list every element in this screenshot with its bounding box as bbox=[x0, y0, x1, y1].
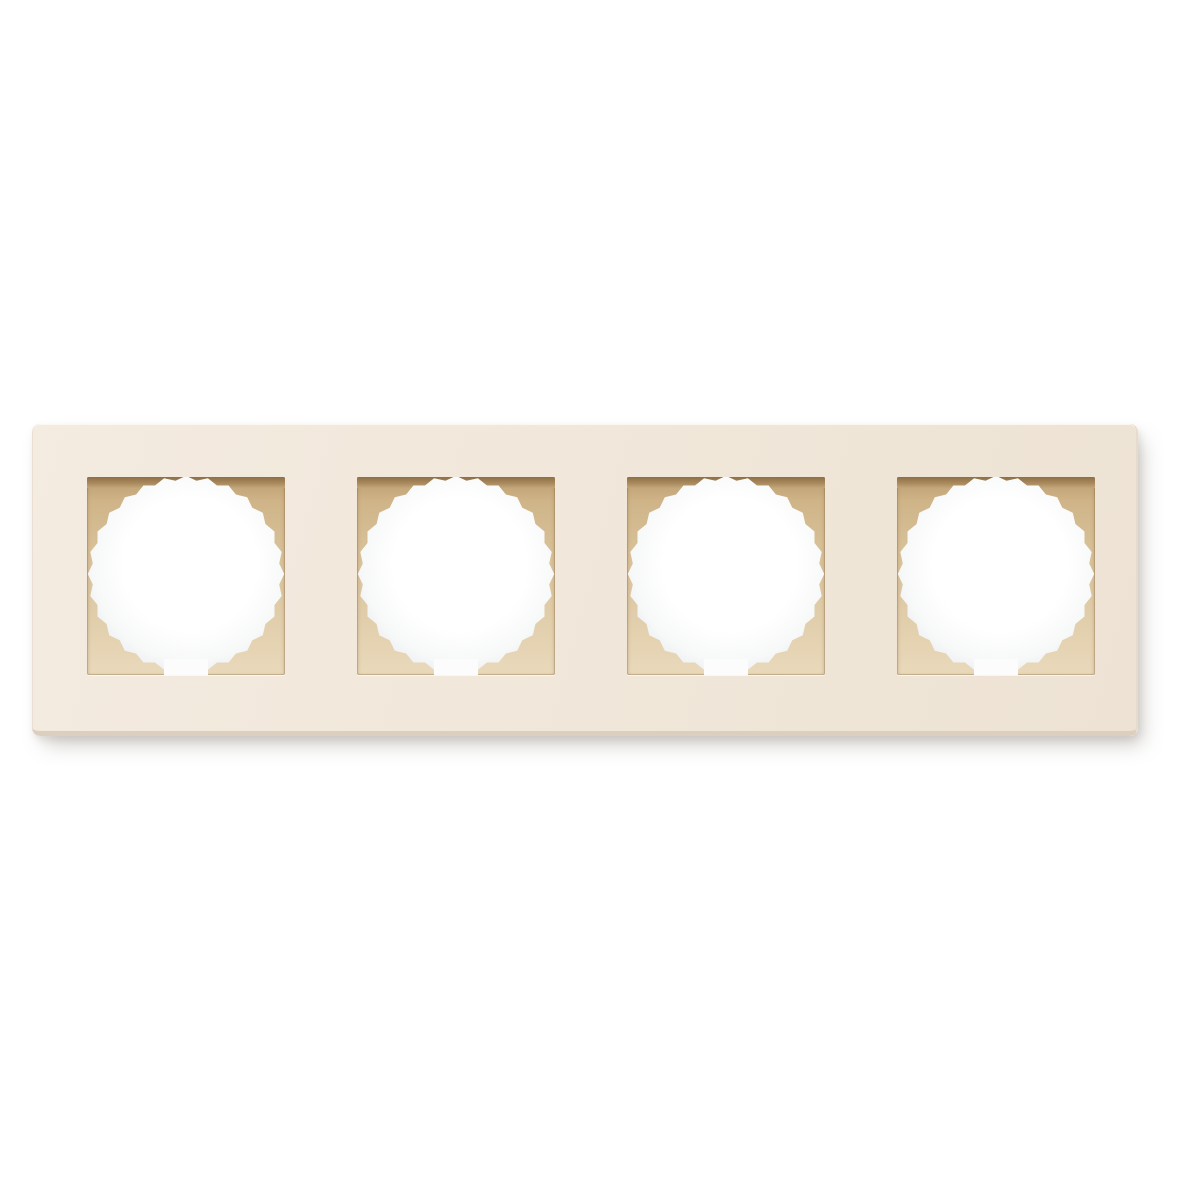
cutout-shape bbox=[358, 477, 554, 672]
cutout-bottom-notch bbox=[434, 659, 478, 675]
gang-windows bbox=[87, 477, 1095, 675]
gang-window-gang-1 bbox=[87, 477, 285, 675]
socket-cutout-svg bbox=[87, 477, 285, 675]
cutout-bottom-notch bbox=[974, 659, 1018, 675]
gang-window-gang-2 bbox=[357, 477, 555, 675]
socket-cutout-svg bbox=[627, 477, 825, 675]
product-photo bbox=[0, 0, 1180, 1180]
cutout-shape bbox=[88, 477, 284, 672]
cutout-bottom-notch bbox=[704, 659, 748, 675]
gang-window-gang-3 bbox=[627, 477, 825, 675]
socket-cutout-svg bbox=[357, 477, 555, 675]
wall-frame bbox=[32, 424, 1138, 736]
socket-cutout-svg bbox=[897, 477, 1095, 675]
gang-window-gang-4 bbox=[897, 477, 1095, 675]
cutout-shape bbox=[628, 477, 824, 672]
cutout-bottom-notch bbox=[164, 659, 208, 675]
cutout-shape bbox=[898, 477, 1094, 672]
